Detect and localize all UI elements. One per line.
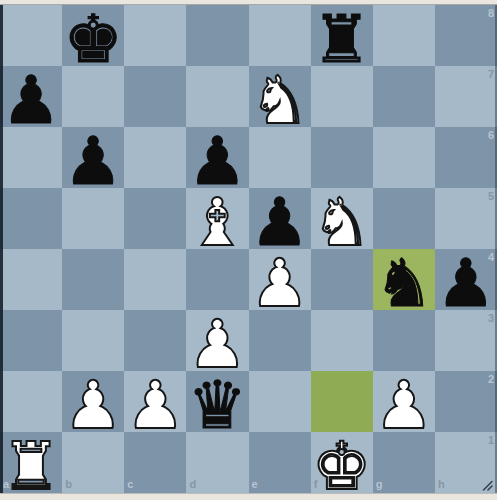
square-a4[interactable] bbox=[0, 249, 62, 310]
square-f3[interactable] bbox=[311, 310, 373, 371]
square-d5[interactable]: ♝ bbox=[186, 188, 248, 249]
square-f6[interactable] bbox=[311, 127, 373, 188]
file-label-d: d bbox=[189, 479, 196, 490]
rank-label-6: 6 bbox=[488, 130, 494, 141]
white-pawn-d3[interactable]: ♟ bbox=[186, 314, 248, 375]
square-e8[interactable] bbox=[249, 5, 311, 66]
white-pawn-c2[interactable]: ♟ bbox=[124, 375, 186, 436]
file-label-c: c bbox=[127, 479, 133, 490]
square-g4[interactable]: ♞ bbox=[373, 249, 435, 310]
square-d2[interactable]: ♛ bbox=[186, 371, 248, 432]
black-knight-g4[interactable]: ♞ bbox=[373, 253, 435, 314]
square-c8[interactable] bbox=[124, 5, 186, 66]
square-d6[interactable]: ♟ bbox=[186, 127, 248, 188]
square-h6[interactable]: 6 bbox=[435, 127, 497, 188]
square-e7[interactable]: ♞ bbox=[249, 66, 311, 127]
black-pawn-b6[interactable]: ♟ bbox=[62, 131, 124, 192]
square-e1[interactable]: e bbox=[249, 432, 311, 493]
square-a8[interactable] bbox=[0, 5, 62, 66]
rank-label-1: 1 bbox=[488, 435, 494, 446]
square-h8[interactable]: 8 bbox=[435, 5, 497, 66]
square-c6[interactable] bbox=[124, 127, 186, 188]
square-a1[interactable]: a♜ bbox=[0, 432, 62, 493]
square-d8[interactable] bbox=[186, 5, 248, 66]
file-label-h: h bbox=[438, 479, 445, 490]
square-e4[interactable]: ♟ bbox=[249, 249, 311, 310]
square-f2[interactable] bbox=[311, 371, 373, 432]
rank-label-7: 7 bbox=[488, 69, 494, 80]
white-pawn-g2[interactable]: ♟ bbox=[373, 375, 435, 436]
square-a2[interactable] bbox=[0, 371, 62, 432]
file-label-e: e bbox=[252, 479, 258, 490]
white-pawn-b2[interactable]: ♟ bbox=[62, 375, 124, 436]
square-h5[interactable]: 5 bbox=[435, 188, 497, 249]
square-g8[interactable] bbox=[373, 5, 435, 66]
square-e2[interactable] bbox=[249, 371, 311, 432]
rank-label-5: 5 bbox=[488, 191, 494, 202]
chess-board-frame: ♚♜8♟♞7♟♟6♝♟♞5♟♞4♟♟3♟♟♛♟2a♜bcdef♚g1h bbox=[0, 0, 497, 500]
black-king-b8[interactable]: ♚ bbox=[62, 9, 124, 70]
square-h4[interactable]: 4♟ bbox=[435, 249, 497, 310]
square-a3[interactable] bbox=[0, 310, 62, 371]
white-rook-a1[interactable]: ♜ bbox=[0, 436, 62, 497]
square-a7[interactable]: ♟ bbox=[0, 66, 62, 127]
square-d3[interactable]: ♟ bbox=[186, 310, 248, 371]
square-g2[interactable]: ♟ bbox=[373, 371, 435, 432]
square-c7[interactable] bbox=[124, 66, 186, 127]
black-pawn-h4[interactable]: ♟ bbox=[435, 253, 497, 314]
square-c3[interactable] bbox=[124, 310, 186, 371]
file-label-b: b bbox=[65, 479, 72, 490]
square-a5[interactable] bbox=[0, 188, 62, 249]
chess-board[interactable]: ♚♜8♟♞7♟♟6♝♟♞5♟♞4♟♟3♟♟♛♟2a♜bcdef♚g1h bbox=[0, 5, 497, 493]
white-king-f1[interactable]: ♚ bbox=[311, 436, 373, 497]
file-label-g: g bbox=[376, 479, 383, 490]
white-pawn-e4[interactable]: ♟ bbox=[249, 253, 311, 314]
white-bishop-d5[interactable]: ♝ bbox=[186, 192, 248, 253]
square-g7[interactable] bbox=[373, 66, 435, 127]
square-b4[interactable] bbox=[62, 249, 124, 310]
board-frame-bottom bbox=[0, 493, 497, 500]
rank-label-8: 8 bbox=[488, 8, 494, 19]
square-d7[interactable] bbox=[186, 66, 248, 127]
square-b6[interactable]: ♟ bbox=[62, 127, 124, 188]
square-f5[interactable]: ♞ bbox=[311, 188, 373, 249]
black-pawn-e5[interactable]: ♟ bbox=[249, 192, 311, 253]
square-g5[interactable] bbox=[373, 188, 435, 249]
square-b2[interactable]: ♟ bbox=[62, 371, 124, 432]
square-b8[interactable]: ♚ bbox=[62, 5, 124, 66]
square-h2[interactable]: 2 bbox=[435, 371, 497, 432]
black-rook-f8[interactable]: ♜ bbox=[311, 9, 373, 70]
square-g6[interactable] bbox=[373, 127, 435, 188]
black-queen-d2[interactable]: ♛ bbox=[186, 375, 248, 436]
square-b3[interactable] bbox=[62, 310, 124, 371]
white-knight-e7[interactable]: ♞ bbox=[249, 70, 311, 131]
square-h7[interactable]: 7 bbox=[435, 66, 497, 127]
resize-handle-icon[interactable] bbox=[482, 480, 493, 491]
square-f8[interactable]: ♜ bbox=[311, 5, 373, 66]
white-knight-f5[interactable]: ♞ bbox=[311, 192, 373, 253]
square-f1[interactable]: f♚ bbox=[311, 432, 373, 493]
square-c5[interactable] bbox=[124, 188, 186, 249]
square-c2[interactable]: ♟ bbox=[124, 371, 186, 432]
square-e5[interactable]: ♟ bbox=[249, 188, 311, 249]
square-c4[interactable] bbox=[124, 249, 186, 310]
black-pawn-d6[interactable]: ♟ bbox=[186, 131, 248, 192]
black-pawn-a7[interactable]: ♟ bbox=[0, 70, 62, 131]
rank-label-2: 2 bbox=[488, 374, 494, 385]
